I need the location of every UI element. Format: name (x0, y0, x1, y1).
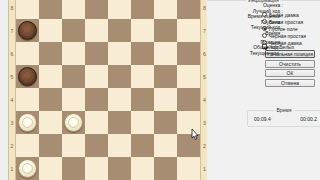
white-man-c3[interactable] (64, 113, 83, 132)
time-group: Время 00:09.4 00:00.2 (247, 110, 320, 127)
square-f8[interactable] (131, 0, 154, 19)
square-a7[interactable] (16, 19, 39, 42)
square-f2[interactable] (131, 134, 154, 157)
square-e8[interactable] (108, 0, 131, 19)
square-e7[interactable] (108, 19, 131, 42)
rank-label: 8 (9, 0, 15, 19)
square-h1[interactable] (177, 157, 200, 180)
rank-label: 6 (9, 42, 15, 65)
square-c8[interactable] (62, 0, 85, 19)
info-rows: Оценка :Лучший ход :Время оценки :Глубин… (207, 3, 283, 56)
rank-labels-left: 87654321 (8, 0, 16, 180)
white-man-a3[interactable] (18, 113, 37, 132)
square-a5[interactable] (16, 65, 39, 88)
square-d4[interactable] (85, 88, 108, 111)
square-f7[interactable] (131, 19, 154, 42)
info-row: Текущее кол. : (207, 51, 283, 57)
square-h7[interactable] (177, 19, 200, 42)
rank-label: 2 (9, 134, 15, 157)
square-g1[interactable] (154, 157, 177, 180)
square-g5[interactable] (154, 65, 177, 88)
white-man-a1[interactable] (18, 159, 37, 178)
square-a6[interactable] (16, 42, 39, 65)
info-group-title: Информация (246, 0, 281, 3)
board-grid[interactable] (16, 0, 200, 180)
square-c4[interactable] (62, 88, 85, 111)
square-h5[interactable] (177, 65, 200, 88)
square-c6[interactable] (62, 42, 85, 65)
square-d7[interactable] (85, 19, 108, 42)
square-f1[interactable] (131, 157, 154, 180)
cancel-button[interactable]: Отмена (265, 79, 315, 87)
white-clock: 00:09.4 (254, 116, 271, 122)
square-b7[interactable] (39, 19, 62, 42)
square-h6[interactable] (177, 42, 200, 65)
square-h8[interactable] (177, 0, 200, 19)
square-g7[interactable] (154, 19, 177, 42)
ok-button[interactable]: ОК (265, 69, 315, 77)
square-f4[interactable] (131, 88, 154, 111)
square-d2[interactable] (85, 134, 108, 157)
square-b8[interactable] (39, 0, 62, 19)
square-f3[interactable] (131, 111, 154, 134)
black-man-a5[interactable] (18, 67, 37, 86)
square-f5[interactable] (131, 65, 154, 88)
square-c3[interactable] (62, 111, 85, 134)
clear-button[interactable]: Очистить (265, 60, 315, 68)
square-g6[interactable] (154, 42, 177, 65)
square-e5[interactable] (108, 65, 131, 88)
square-d5[interactable] (85, 65, 108, 88)
square-b4[interactable] (39, 88, 62, 111)
square-b1[interactable] (39, 157, 62, 180)
square-g4[interactable] (154, 88, 177, 111)
square-d6[interactable] (85, 42, 108, 65)
square-b6[interactable] (39, 42, 62, 65)
square-c2[interactable] (62, 134, 85, 157)
black-clock: 00:00.2 (300, 116, 317, 122)
square-b2[interactable] (39, 134, 62, 157)
square-d8[interactable] (85, 0, 108, 19)
checkers-board: 87654321 87654321 (8, 0, 209, 180)
square-d3[interactable] (85, 111, 108, 134)
square-c7[interactable] (62, 19, 85, 42)
square-e4[interactable] (108, 88, 131, 111)
rank-label: 3 (9, 111, 15, 134)
black-man-a7[interactable] (18, 21, 37, 40)
square-c1[interactable] (62, 157, 85, 180)
square-b3[interactable] (39, 111, 62, 134)
square-a2[interactable] (16, 134, 39, 157)
square-g3[interactable] (154, 111, 177, 134)
setup-panel: Белая дамкаБелая простаяПустое полеЧерна… (207, 0, 320, 180)
square-c5[interactable] (62, 65, 85, 88)
rank-label: 7 (9, 19, 15, 42)
square-a1[interactable] (16, 157, 39, 180)
square-e1[interactable] (108, 157, 131, 180)
rank-label: 4 (9, 88, 15, 111)
square-a8[interactable] (16, 0, 39, 19)
rank-label: 1 (9, 157, 15, 180)
square-g2[interactable] (154, 134, 177, 157)
square-b5[interactable] (39, 65, 62, 88)
rank-label: 5 (9, 65, 15, 88)
square-g8[interactable] (154, 0, 177, 19)
time-group-title: Время (274, 107, 293, 113)
square-h2[interactable] (177, 134, 200, 157)
square-e6[interactable] (108, 42, 131, 65)
square-a3[interactable] (16, 111, 39, 134)
square-h3[interactable] (177, 111, 200, 134)
square-h4[interactable] (177, 88, 200, 111)
square-d1[interactable] (85, 157, 108, 180)
square-f6[interactable] (131, 42, 154, 65)
square-e2[interactable] (108, 134, 131, 157)
square-a4[interactable] (16, 88, 39, 111)
square-e3[interactable] (108, 111, 131, 134)
